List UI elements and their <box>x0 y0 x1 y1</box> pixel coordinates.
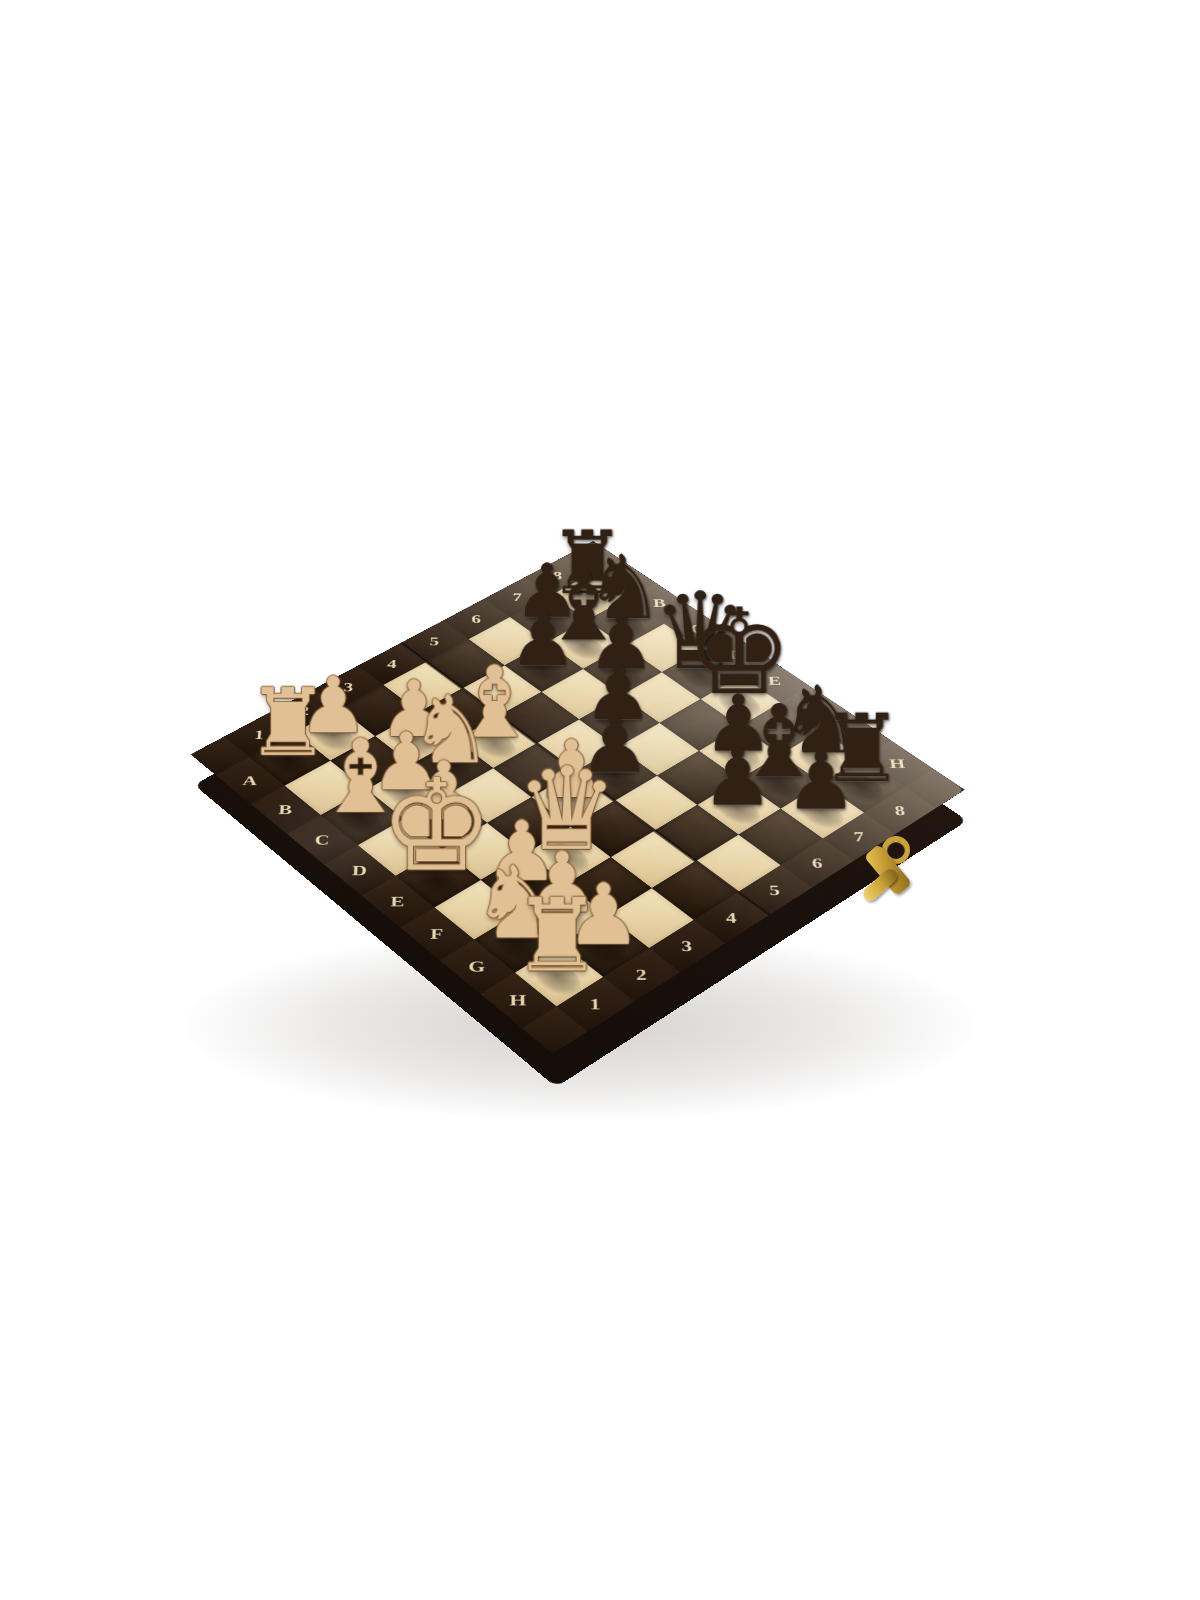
rank-label-3: 3 <box>681 937 693 954</box>
rank-label-6: 6 <box>472 612 482 625</box>
rank-label-2: 2 <box>299 703 310 717</box>
file-label-d: D <box>352 862 368 878</box>
rank-label-8: 8 <box>553 569 563 582</box>
file-label-h: H <box>510 991 527 1009</box>
file-label-a: A <box>616 572 630 585</box>
rank-label-5: 5 <box>430 634 440 648</box>
file-label-e: E <box>391 893 406 910</box>
border-corner <box>905 769 965 808</box>
scene: AABBCCDDEEFFGGHH8877665544332211♜♞♛♚♞♜♟♝… <box>0 0 1200 1600</box>
rank-label-8: 8 <box>894 803 907 819</box>
rank-label-2: 2 <box>636 966 648 984</box>
rank-label-4: 4 <box>725 909 737 926</box>
rank-label-7: 7 <box>513 590 522 603</box>
rank-label-1: 1 <box>254 727 265 742</box>
file-label-b: B <box>653 597 666 610</box>
rank-label-7: 7 <box>853 829 865 845</box>
rank-label-4: 4 <box>387 657 397 671</box>
board-face: AABBCCDDEEFFGGHH8877665544332211♜♞♛♚♞♜♟♝… <box>191 541 965 1054</box>
product-photo-chess-set: AABBCCDDEEFFGGHH8877665544332211♜♞♛♚♞♜♟♝… <box>0 0 1200 1600</box>
file-label-c: C <box>690 622 705 635</box>
file-label-d: D <box>728 647 743 661</box>
file-label-a: A <box>242 773 258 788</box>
black-pawn-glyph: ♟ <box>701 738 773 818</box>
rank-label-5: 5 <box>769 882 781 899</box>
black-pawn-glyph: ♟ <box>785 742 857 822</box>
rank-label-3: 3 <box>343 680 354 694</box>
rank-label-6: 6 <box>811 855 823 871</box>
rank-label-1: 1 <box>590 995 601 1013</box>
file-label-c: C <box>314 832 330 848</box>
chess-board: AABBCCDDEEFFGGHH8877665544332211♜♞♛♚♞♜♟♝… <box>191 541 965 1054</box>
white-rook-glyph: ♜ <box>512 885 603 986</box>
file-label-g: G <box>469 958 486 975</box>
file-label-b: B <box>278 802 293 818</box>
file-label-f: F <box>430 925 443 942</box>
